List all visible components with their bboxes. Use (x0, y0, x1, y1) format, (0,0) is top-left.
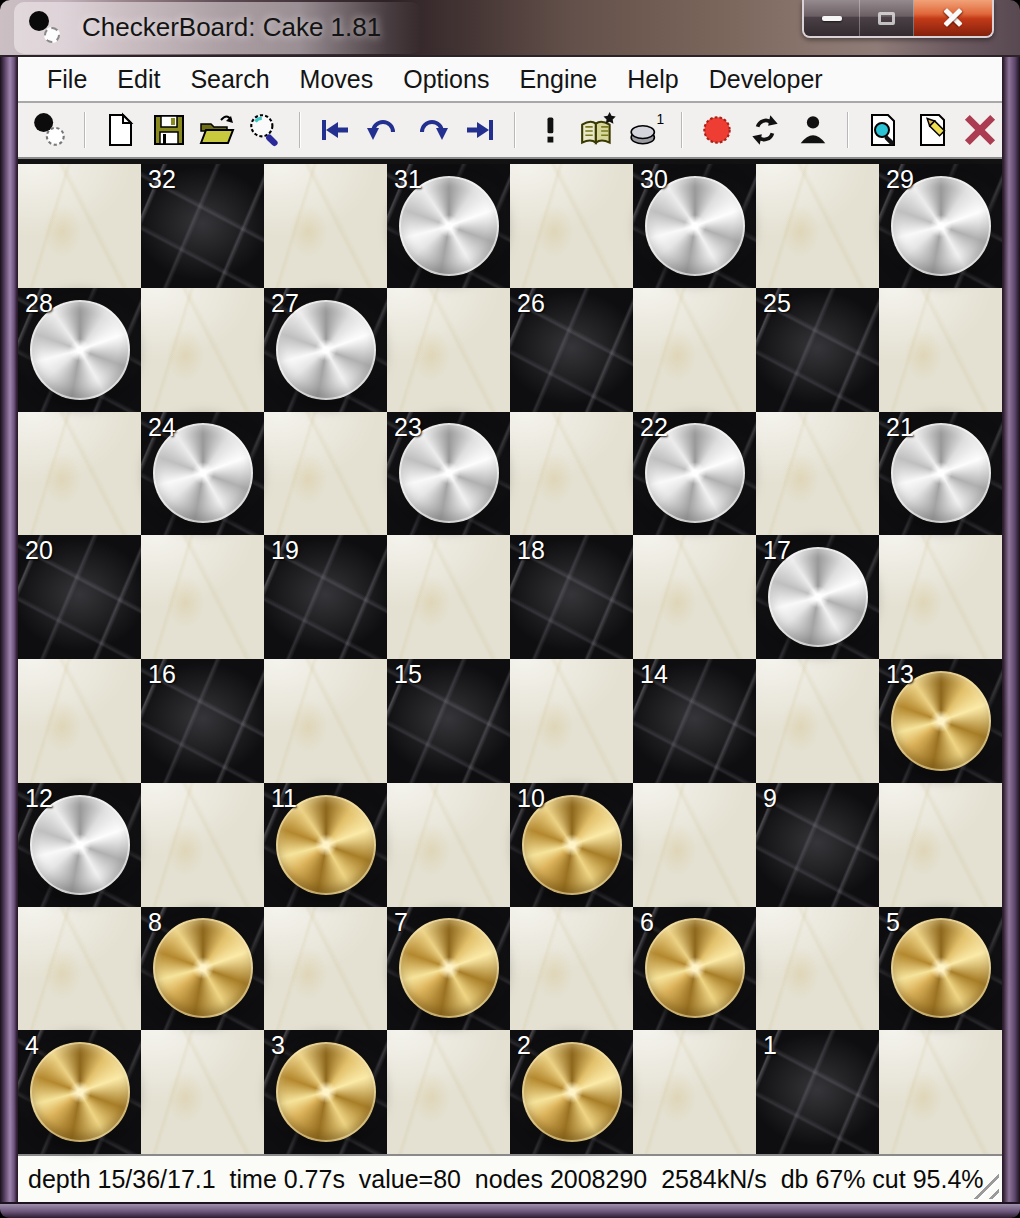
checkerboard-window: CheckerBoard: Cake 1.81 File Edit Search… (0, 0, 1020, 1218)
square-27[interactable]: 27 (264, 288, 387, 412)
window-bottom-frame (0, 1202, 1020, 1218)
light-square[interactable] (18, 907, 141, 1031)
red-x-icon (960, 111, 1000, 149)
square-number: 25 (763, 290, 791, 318)
swap-sides-button[interactable] (743, 107, 787, 153)
square-4[interactable]: 4 (18, 1030, 141, 1154)
red-checker[interactable] (891, 918, 991, 1018)
undo-arrow-icon (365, 112, 401, 148)
light-square[interactable] (141, 535, 264, 659)
toolbar-separator (84, 112, 86, 148)
engine-status-text: depth 15/36/17.1 time 0.77s value=80 nod… (28, 1165, 984, 1194)
light-square[interactable] (387, 288, 510, 412)
square-number: 4 (25, 1032, 39, 1060)
find-magnifier-icon (246, 111, 284, 149)
square-26[interactable]: 26 (510, 288, 633, 412)
light-square[interactable] (264, 412, 387, 536)
square-5[interactable]: 5 (879, 907, 1002, 1031)
square-number: 20 (25, 537, 53, 565)
square-17[interactable]: 17 (756, 535, 879, 659)
square-31[interactable]: 31 (387, 164, 510, 288)
light-square[interactable] (387, 1030, 510, 1154)
menu-engine[interactable]: Engine (504, 65, 612, 94)
light-square[interactable] (18, 412, 141, 536)
red-checker[interactable] (276, 1042, 376, 1142)
light-square[interactable] (141, 1030, 264, 1154)
toolbar-separator (681, 112, 683, 148)
light-square[interactable] (879, 288, 1002, 412)
menu-moves[interactable]: Moves (285, 65, 389, 94)
toolbar-separator (299, 112, 301, 148)
white-checker-dot-icon (44, 27, 60, 43)
menu-help[interactable]: Help (612, 65, 693, 94)
open-game-button[interactable] (195, 107, 239, 153)
square-number: 3 (271, 1032, 285, 1060)
save-floppy-icon (151, 112, 187, 148)
square-number: 24 (148, 414, 176, 442)
square-number: 30 (640, 166, 668, 194)
red-checker[interactable] (399, 918, 499, 1018)
square-9[interactable]: 9 (756, 783, 879, 907)
square-number: 17 (763, 537, 791, 565)
square-16[interactable]: 16 (141, 659, 264, 783)
square-32[interactable]: 32 (141, 164, 264, 288)
maximize-icon (878, 12, 895, 25)
light-square[interactable] (510, 907, 633, 1031)
black-checker-dot-icon (29, 11, 49, 31)
square-number: 15 (394, 661, 422, 689)
move-now-button[interactable] (528, 107, 572, 153)
square-15[interactable]: 15 (387, 659, 510, 783)
person-icon (796, 112, 830, 148)
checker-stack-1-icon: 1 (627, 111, 667, 149)
red-checker[interactable] (522, 1042, 622, 1142)
square-23[interactable]: 23 (387, 412, 510, 536)
square-6[interactable]: 6 (633, 907, 756, 1031)
square-number: 2 (517, 1032, 531, 1060)
square-number: 18 (517, 537, 545, 565)
square-12[interactable]: 12 (18, 783, 141, 907)
go-to-start-button[interactable] (313, 107, 357, 153)
light-square[interactable] (633, 783, 756, 907)
title-bar: CheckerBoard: Cake 1.81 (0, 0, 1020, 57)
light-square[interactable] (264, 659, 387, 783)
square-8[interactable]: 8 (141, 907, 264, 1031)
menu-bar: File Edit Search Moves Options Engine He… (18, 57, 1002, 103)
square-3[interactable]: 3 (264, 1030, 387, 1154)
square-number: 11 (271, 785, 297, 813)
exclamation-icon (535, 112, 565, 148)
red-checker[interactable] (645, 918, 745, 1018)
analyze-button[interactable] (861, 107, 905, 153)
take-back-button[interactable] (361, 107, 405, 153)
open-folder-icon (196, 112, 238, 148)
red-circle-icon (698, 111, 736, 149)
light-square[interactable] (633, 535, 756, 659)
replay-forward-button[interactable] (410, 107, 454, 153)
light-square[interactable] (756, 907, 879, 1031)
square-number: 1 (763, 1032, 777, 1060)
square-25[interactable]: 25 (756, 288, 879, 412)
toolbar-separator (847, 112, 849, 148)
square-number: 22 (640, 414, 668, 442)
light-square[interactable] (141, 288, 264, 412)
light-square[interactable] (756, 164, 879, 288)
square-19[interactable]: 19 (264, 535, 387, 659)
status-bar: depth 15/36/17.1 time 0.77s value=80 nod… (18, 1154, 1002, 1202)
red-checker[interactable] (153, 918, 253, 1018)
menu-options[interactable]: Options (388, 65, 504, 94)
square-21[interactable]: 21 (879, 412, 1002, 536)
delete-button[interactable] (958, 107, 1002, 153)
square-number: 23 (394, 414, 422, 442)
light-square[interactable] (756, 412, 879, 536)
user-mode-button[interactable] (791, 107, 835, 153)
window-title: CheckerBoard: Cake 1.81 (82, 12, 381, 43)
checkerboard-app-icon (26, 7, 68, 49)
square-number: 12 (25, 785, 53, 813)
light-square[interactable] (510, 659, 633, 783)
light-square[interactable] (879, 783, 1002, 907)
light-square[interactable] (756, 659, 879, 783)
light-square[interactable] (264, 164, 387, 288)
svg-text:1: 1 (656, 112, 664, 127)
square-number: 26 (517, 290, 545, 318)
go-to-start-icon (317, 112, 353, 148)
book-star-icon (576, 111, 620, 149)
light-square[interactable] (510, 164, 633, 288)
edit-comment-button[interactable] (910, 107, 954, 153)
analyze-document-icon (865, 111, 901, 149)
square-10[interactable]: 10 (510, 783, 633, 907)
find-position-button[interactable] (243, 107, 287, 153)
go-to-end-button[interactable] (458, 107, 502, 153)
light-square[interactable] (141, 783, 264, 907)
light-square[interactable] (633, 288, 756, 412)
square-number: 7 (394, 909, 408, 937)
window-controls (802, 0, 994, 38)
piece-count-button[interactable]: 1 (624, 107, 668, 153)
new-game-button[interactable] (98, 107, 142, 153)
menu-edit[interactable]: Edit (102, 65, 175, 94)
save-game-button[interactable] (146, 107, 190, 153)
square-number: 6 (640, 909, 654, 937)
light-square[interactable] (387, 535, 510, 659)
stop-engine-button[interactable] (695, 107, 739, 153)
square-number: 14 (640, 661, 668, 689)
square-number: 16 (148, 661, 176, 689)
window-frame: File Edit Search Moves Options Engine He… (0, 57, 1020, 1202)
square-number: 28 (25, 290, 53, 318)
square-20[interactable]: 20 (18, 535, 141, 659)
square-30[interactable]: 30 (633, 164, 756, 288)
setup-board-button[interactable] (28, 107, 72, 153)
square-number: 27 (271, 290, 299, 318)
new-document-icon (102, 112, 138, 148)
square-18[interactable]: 18 (510, 535, 633, 659)
square-number: 32 (148, 166, 176, 194)
light-square[interactable] (18, 659, 141, 783)
light-square[interactable] (18, 164, 141, 288)
square-7[interactable]: 7 (387, 907, 510, 1031)
title-area: CheckerBoard: Cake 1.81 (14, 2, 421, 54)
minimize-icon (822, 16, 842, 21)
square-22[interactable]: 22 (633, 412, 756, 536)
square-number: 31 (394, 166, 422, 194)
minimize-button[interactable] (804, 0, 859, 36)
checkers-pieces-icon (31, 111, 69, 149)
square-28[interactable]: 28 (18, 288, 141, 412)
square-13[interactable]: 13 (879, 659, 1002, 783)
close-icon (940, 5, 966, 31)
square-11[interactable]: 11 (264, 783, 387, 907)
light-square[interactable] (879, 535, 1002, 659)
light-square[interactable] (264, 907, 387, 1031)
square-2[interactable]: 2 (510, 1030, 633, 1154)
menu-developer[interactable]: Developer (694, 65, 838, 94)
square-number: 19 (271, 537, 299, 565)
go-to-end-icon (462, 112, 498, 148)
board: 3231302928272625242322212019181716151413… (18, 164, 1002, 1154)
square-number: 5 (886, 909, 900, 937)
light-square[interactable] (387, 783, 510, 907)
opening-book-button[interactable] (576, 107, 620, 153)
square-1[interactable]: 1 (756, 1030, 879, 1154)
close-button[interactable] (914, 0, 992, 36)
square-number: 9 (763, 785, 777, 813)
light-square[interactable] (633, 1030, 756, 1154)
square-number: 29 (886, 166, 914, 194)
redo-arrow-icon (414, 112, 450, 148)
cycle-arrows-icon (746, 111, 784, 149)
toolbar: 1 (18, 103, 1002, 159)
square-number: 8 (148, 909, 162, 937)
light-square[interactable] (510, 412, 633, 536)
red-checker[interactable] (30, 1042, 130, 1142)
square-29[interactable]: 29 (879, 164, 1002, 288)
light-square[interactable] (879, 1030, 1002, 1154)
square-number: 21 (886, 414, 914, 442)
square-14[interactable]: 14 (633, 659, 756, 783)
toolbar-separator (514, 112, 516, 148)
menu-search[interactable]: Search (175, 65, 284, 94)
maximize-button[interactable] (859, 0, 914, 36)
square-number: 10 (517, 785, 545, 813)
edit-pencil-document-icon (914, 111, 950, 149)
menu-file[interactable]: File (32, 65, 102, 94)
square-number: 13 (886, 661, 914, 689)
square-24[interactable]: 24 (141, 412, 264, 536)
